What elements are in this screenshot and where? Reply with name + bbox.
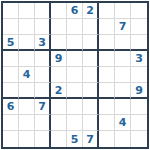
cell-r8c7[interactable] [99,115,115,131]
cell-r5c6[interactable] [83,67,99,83]
cell-r3c2[interactable] [19,35,35,51]
cell-r9c5: 5 [67,131,83,147]
cell-r1c3[interactable] [35,3,51,19]
cell-r4c2[interactable] [19,51,35,67]
cell-r2c4[interactable] [51,19,67,35]
cell-r4c6[interactable] [83,51,99,67]
cell-r6c1[interactable] [3,83,19,99]
cell-r3c4[interactable] [51,35,67,51]
cell-r7c3: 7 [35,99,51,115]
cell-r8c6[interactable] [83,115,99,131]
cell-r3c5[interactable] [67,35,83,51]
cell-r2c9[interactable] [131,19,147,35]
cell-r1c9[interactable] [131,3,147,19]
cell-r7c6[interactable] [83,99,99,115]
cell-r4c3[interactable] [35,51,51,67]
cell-r2c3[interactable] [35,19,51,35]
cell-r5c2: 4 [19,67,35,83]
cell-r5c8[interactable] [115,67,131,83]
cell-r1c4[interactable] [51,3,67,19]
cell-r7c8[interactable] [115,99,131,115]
cell-r5c3[interactable] [35,67,51,83]
cell-r6c6[interactable] [83,83,99,99]
cell-r8c2[interactable] [19,115,35,131]
cell-r8c4[interactable] [51,115,67,131]
cell-r8c1[interactable] [3,115,19,131]
cell-r8c5[interactable] [67,115,83,131]
cell-r1c1[interactable] [3,3,19,19]
cell-r7c4[interactable] [51,99,67,115]
cell-r1c5: 6 [67,3,83,19]
cell-r7c9[interactable] [131,99,147,115]
cell-r5c7[interactable] [99,67,115,83]
cell-r7c1: 6 [3,99,19,115]
cell-r9c2[interactable] [19,131,35,147]
cell-r3c7[interactable] [99,35,115,51]
cell-r4c1[interactable] [3,51,19,67]
cell-r9c9[interactable] [131,131,147,147]
cell-r1c6: 2 [83,3,99,19]
cell-r3c1: 5 [3,35,19,51]
sudoku-board: 627539342967457 [1,1,149,149]
cell-r1c2[interactable] [19,3,35,19]
cell-r2c7[interactable] [99,19,115,35]
cell-r4c8[interactable] [115,51,131,67]
cell-r7c5[interactable] [67,99,83,115]
cell-r6c8[interactable] [115,83,131,99]
cell-r3c8[interactable] [115,35,131,51]
cell-r8c9[interactable] [131,115,147,131]
cell-r6c5[interactable] [67,83,83,99]
cell-r9c1[interactable] [3,131,19,147]
cell-r9c4[interactable] [51,131,67,147]
cell-r4c4: 9 [51,51,67,67]
cell-r9c3[interactable] [35,131,51,147]
cell-r2c5[interactable] [67,19,83,35]
cell-r5c5[interactable] [67,67,83,83]
cell-r7c7[interactable] [99,99,115,115]
cell-r6c3[interactable] [35,83,51,99]
cell-r5c4[interactable] [51,67,67,83]
cell-r3c9[interactable] [131,35,147,51]
cell-r6c9: 9 [131,83,147,99]
cell-r4c9: 3 [131,51,147,67]
cell-r5c9[interactable] [131,67,147,83]
cell-r9c7[interactable] [99,131,115,147]
cell-r4c5[interactable] [67,51,83,67]
cell-r8c3[interactable] [35,115,51,131]
cell-r6c2[interactable] [19,83,35,99]
cell-r6c7[interactable] [99,83,115,99]
cell-r2c1[interactable] [3,19,19,35]
cell-r2c6[interactable] [83,19,99,35]
cell-r5c1[interactable] [3,67,19,83]
cell-r3c6[interactable] [83,35,99,51]
cell-r2c2[interactable] [19,19,35,35]
cell-r1c8[interactable] [115,3,131,19]
cell-r6c4: 2 [51,83,67,99]
cell-r7c2[interactable] [19,99,35,115]
cell-r1c7[interactable] [99,3,115,19]
cell-r4c7[interactable] [99,51,115,67]
cell-r9c6: 7 [83,131,99,147]
cell-r2c8: 7 [115,19,131,35]
cell-r3c3: 3 [35,35,51,51]
cell-r9c8[interactable] [115,131,131,147]
cell-r8c8: 4 [115,115,131,131]
sudoku-board-wrap: 627539342967457 [1,1,149,149]
